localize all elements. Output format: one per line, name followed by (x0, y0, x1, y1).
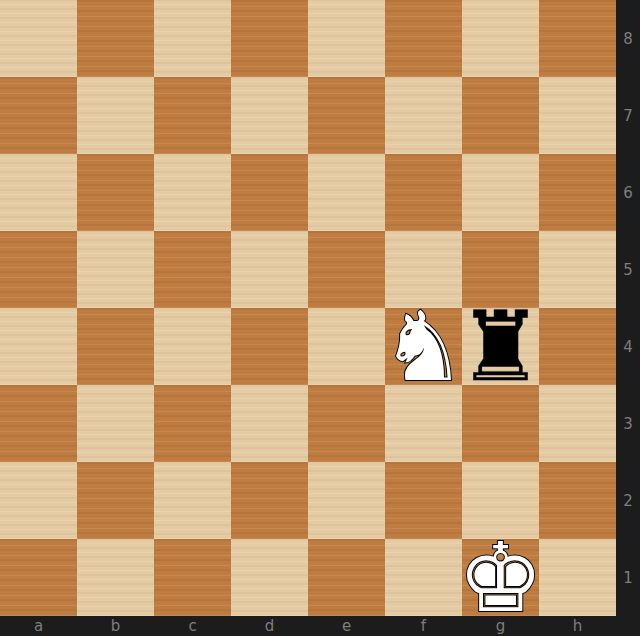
square-h8[interactable] (539, 0, 616, 77)
file-labels: abcdefgh (0, 616, 616, 636)
square-b3[interactable] (77, 385, 154, 462)
square-g1[interactable]: ♚ (462, 539, 539, 616)
square-e1[interactable] (308, 539, 385, 616)
file-label-g: g (462, 616, 539, 636)
square-f4[interactable]: ♞ (385, 308, 462, 385)
square-a6[interactable] (0, 154, 77, 231)
square-g4[interactable]: ♜ (462, 308, 539, 385)
square-b5[interactable] (77, 231, 154, 308)
square-a3[interactable] (0, 385, 77, 462)
square-e8[interactable] (308, 0, 385, 77)
square-c7[interactable] (154, 77, 231, 154)
square-b4[interactable] (77, 308, 154, 385)
square-c4[interactable] (154, 308, 231, 385)
square-e6[interactable] (308, 154, 385, 231)
square-e5[interactable] (308, 231, 385, 308)
rank-label-4: 4 (616, 308, 640, 385)
square-e3[interactable] (308, 385, 385, 462)
rank-label-5: 5 (616, 231, 640, 308)
rank-label-8: 8 (616, 0, 640, 77)
square-a5[interactable] (0, 231, 77, 308)
rank-label-7: 7 (616, 77, 640, 154)
square-f2[interactable] (385, 462, 462, 539)
rank-label-1: 1 (616, 539, 640, 616)
square-c6[interactable] (154, 154, 231, 231)
square-f7[interactable] (385, 77, 462, 154)
square-b7[interactable] (77, 77, 154, 154)
square-b6[interactable] (77, 154, 154, 231)
square-g3[interactable] (462, 385, 539, 462)
square-e2[interactable] (308, 462, 385, 539)
rank-label-6: 6 (616, 154, 640, 231)
square-f3[interactable] (385, 385, 462, 462)
file-label-c: c (154, 616, 231, 636)
file-label-f: f (385, 616, 462, 636)
square-h5[interactable] (539, 231, 616, 308)
square-d7[interactable] (231, 77, 308, 154)
square-h7[interactable] (539, 77, 616, 154)
square-e7[interactable] (308, 77, 385, 154)
square-d5[interactable] (231, 231, 308, 308)
square-c2[interactable] (154, 462, 231, 539)
square-h3[interactable] (539, 385, 616, 462)
square-g6[interactable] (462, 154, 539, 231)
file-label-h: h (539, 616, 616, 636)
square-h4[interactable] (539, 308, 616, 385)
square-b8[interactable] (77, 0, 154, 77)
square-g7[interactable] (462, 77, 539, 154)
square-a4[interactable] (0, 308, 77, 385)
square-c1[interactable] (154, 539, 231, 616)
rank-label-3: 3 (616, 385, 640, 462)
file-label-e: e (308, 616, 385, 636)
square-d4[interactable] (231, 308, 308, 385)
square-g8[interactable] (462, 0, 539, 77)
file-label-b: b (77, 616, 154, 636)
square-a1[interactable] (0, 539, 77, 616)
square-c5[interactable] (154, 231, 231, 308)
square-b1[interactable] (77, 539, 154, 616)
square-a8[interactable] (0, 0, 77, 77)
square-f1[interactable] (385, 539, 462, 616)
square-d8[interactable] (231, 0, 308, 77)
square-b2[interactable] (77, 462, 154, 539)
file-label-d: d (231, 616, 308, 636)
square-d6[interactable] (231, 154, 308, 231)
square-f6[interactable] (385, 154, 462, 231)
black-rook[interactable]: ♜ (457, 299, 543, 395)
square-h6[interactable] (539, 154, 616, 231)
square-a7[interactable] (0, 77, 77, 154)
white-king[interactable]: ♚ (457, 530, 543, 626)
square-c8[interactable] (154, 0, 231, 77)
square-f8[interactable] (385, 0, 462, 77)
square-c3[interactable] (154, 385, 231, 462)
square-h1[interactable] (539, 539, 616, 616)
square-d1[interactable] (231, 539, 308, 616)
square-d2[interactable] (231, 462, 308, 539)
rank-label-2: 2 (616, 462, 640, 539)
square-e4[interactable] (308, 308, 385, 385)
rank-labels: 87654321 (616, 0, 640, 616)
square-h2[interactable] (539, 462, 616, 539)
file-label-a: a (0, 616, 77, 636)
chess-app-screen: ♞♜♚ 87654321 abcdefgh (0, 0, 640, 636)
square-d3[interactable] (231, 385, 308, 462)
chess-board: ♞♜♚ (0, 0, 616, 616)
square-a2[interactable] (0, 462, 77, 539)
white-knight[interactable]: ♞ (380, 299, 466, 395)
